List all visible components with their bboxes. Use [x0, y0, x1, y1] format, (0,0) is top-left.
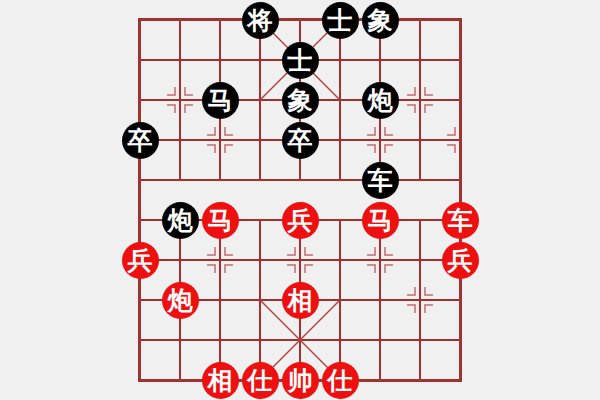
board-point[interactable]: [240, 40, 280, 80]
board-point[interactable]: 车: [440, 200, 480, 240]
board-point[interactable]: 士: [320, 0, 360, 40]
piece-black-chariot[interactable]: 车: [362, 162, 399, 199]
board-point[interactable]: [400, 360, 440, 400]
piece-red-horse[interactable]: 马: [362, 202, 399, 239]
board-point[interactable]: [200, 280, 240, 320]
board-point[interactable]: [120, 360, 160, 400]
board-point[interactable]: [240, 160, 280, 200]
board-point[interactable]: [360, 360, 400, 400]
board-point[interactable]: [320, 160, 360, 200]
board-point[interactable]: [320, 120, 360, 160]
board-point[interactable]: [160, 160, 200, 200]
board-point[interactable]: 车: [360, 160, 400, 200]
piece-black-soldier[interactable]: 卒: [122, 122, 159, 159]
board-point[interactable]: [400, 280, 440, 320]
board-point[interactable]: [120, 160, 160, 200]
piece-black-advisor[interactable]: 士: [322, 2, 359, 39]
board-point[interactable]: [360, 40, 400, 80]
board-point[interactable]: [200, 160, 240, 200]
board-point[interactable]: [440, 360, 480, 400]
board-point[interactable]: [120, 280, 160, 320]
board-point[interactable]: [440, 120, 480, 160]
board-point[interactable]: [240, 120, 280, 160]
board-point[interactable]: [160, 0, 200, 40]
board-point[interactable]: [440, 40, 480, 80]
board-point[interactable]: [240, 320, 280, 360]
piece-red-advisor[interactable]: 仕: [322, 362, 359, 399]
board-point[interactable]: [320, 280, 360, 320]
board-point[interactable]: 帅: [280, 360, 320, 400]
board-point[interactable]: 象: [280, 80, 320, 120]
piece-black-advisor[interactable]: 士: [282, 42, 319, 79]
board-point[interactable]: [400, 120, 440, 160]
board-point[interactable]: [240, 240, 280, 280]
board-point[interactable]: [160, 80, 200, 120]
board-point[interactable]: [320, 80, 360, 120]
piece-red-cannon[interactable]: 炮: [162, 282, 199, 319]
board-point[interactable]: [320, 320, 360, 360]
board-point[interactable]: [120, 320, 160, 360]
board-point[interactable]: 相: [200, 360, 240, 400]
board-point[interactable]: [200, 0, 240, 40]
board-point[interactable]: [440, 0, 480, 40]
piece-black-soldier[interactable]: 卒: [282, 122, 319, 159]
board-point[interactable]: [320, 40, 360, 80]
board-point[interactable]: [440, 80, 480, 120]
board-point[interactable]: [200, 40, 240, 80]
board-point[interactable]: 将: [240, 0, 280, 40]
piece-red-general[interactable]: 帅: [282, 362, 319, 399]
board-point[interactable]: 炮: [360, 80, 400, 120]
board-point[interactable]: [320, 200, 360, 240]
piece-red-advisor[interactable]: 仕: [242, 362, 279, 399]
board-point[interactable]: [400, 80, 440, 120]
board-point[interactable]: [280, 240, 320, 280]
board-point[interactable]: 仕: [320, 360, 360, 400]
board-point[interactable]: [400, 40, 440, 80]
board-point[interactable]: [120, 40, 160, 80]
board-point[interactable]: [440, 280, 480, 320]
board-point[interactable]: 炮: [160, 200, 200, 240]
board-point[interactable]: [280, 0, 320, 40]
board-point[interactable]: [200, 240, 240, 280]
board-point[interactable]: [120, 0, 160, 40]
board-point[interactable]: [240, 200, 280, 240]
board-point[interactable]: 相: [280, 280, 320, 320]
board-point[interactable]: [400, 0, 440, 40]
board-point[interactable]: 炮: [160, 280, 200, 320]
piece-red-elephant[interactable]: 相: [202, 362, 239, 399]
board-point[interactable]: [400, 320, 440, 360]
board-point[interactable]: [120, 80, 160, 120]
board-point[interactable]: 士: [280, 40, 320, 80]
piece-red-elephant[interactable]: 相: [282, 282, 319, 319]
board-point[interactable]: [400, 240, 440, 280]
board-point[interactable]: 马: [200, 80, 240, 120]
piece-black-cannon[interactable]: 炮: [362, 82, 399, 119]
board-point[interactable]: [400, 160, 440, 200]
board-point[interactable]: [440, 320, 480, 360]
board-point[interactable]: [160, 320, 200, 360]
board-point[interactable]: 象: [360, 0, 400, 40]
piece-red-soldier[interactable]: 兵: [282, 202, 319, 239]
board-point[interactable]: 卒: [280, 120, 320, 160]
board-point[interactable]: 兵: [440, 240, 480, 280]
board-point[interactable]: [360, 120, 400, 160]
board-point[interactable]: [360, 320, 400, 360]
board-point[interactable]: [360, 280, 400, 320]
board-point[interactable]: [360, 240, 400, 280]
xiangqi-board: 将士象士马象炮卒卒车炮马兵马车兵兵炮相相仕帅仕: [0, 0, 600, 400]
board-point[interactable]: 马: [200, 200, 240, 240]
board-point[interactable]: [200, 320, 240, 360]
board-point[interactable]: [280, 320, 320, 360]
board-point[interactable]: 兵: [280, 200, 320, 240]
board-point[interactable]: [320, 240, 360, 280]
piece-red-soldier[interactable]: 兵: [442, 242, 479, 279]
piece-red-chariot[interactable]: 车: [442, 202, 479, 239]
board-point[interactable]: [240, 280, 280, 320]
board-point[interactable]: [440, 160, 480, 200]
piece-red-horse[interactable]: 马: [202, 202, 239, 239]
piece-black-cannon[interactable]: 炮: [162, 202, 199, 239]
board-point[interactable]: [200, 120, 240, 160]
piece-black-horse[interactable]: 马: [202, 82, 239, 119]
board-grid: 将士象士马象炮卒卒车炮马兵马车兵兵炮相相仕帅仕: [120, 0, 480, 400]
board-point[interactable]: [240, 80, 280, 120]
board-point[interactable]: [160, 360, 200, 400]
board-point[interactable]: 兵: [120, 240, 160, 280]
board-point[interactable]: [160, 40, 200, 80]
board-point[interactable]: [280, 160, 320, 200]
board-point[interactable]: 马: [360, 200, 400, 240]
board-point[interactable]: [120, 200, 160, 240]
board-point[interactable]: [160, 240, 200, 280]
piece-red-soldier[interactable]: 兵: [122, 242, 159, 279]
piece-black-general[interactable]: 将: [242, 2, 279, 39]
board-point[interactable]: [160, 120, 200, 160]
board-point[interactable]: 卒: [120, 120, 160, 160]
board-point[interactable]: 仕: [240, 360, 280, 400]
board-point[interactable]: [400, 200, 440, 240]
piece-black-elephant[interactable]: 象: [282, 82, 319, 119]
piece-black-elephant[interactable]: 象: [362, 2, 399, 39]
